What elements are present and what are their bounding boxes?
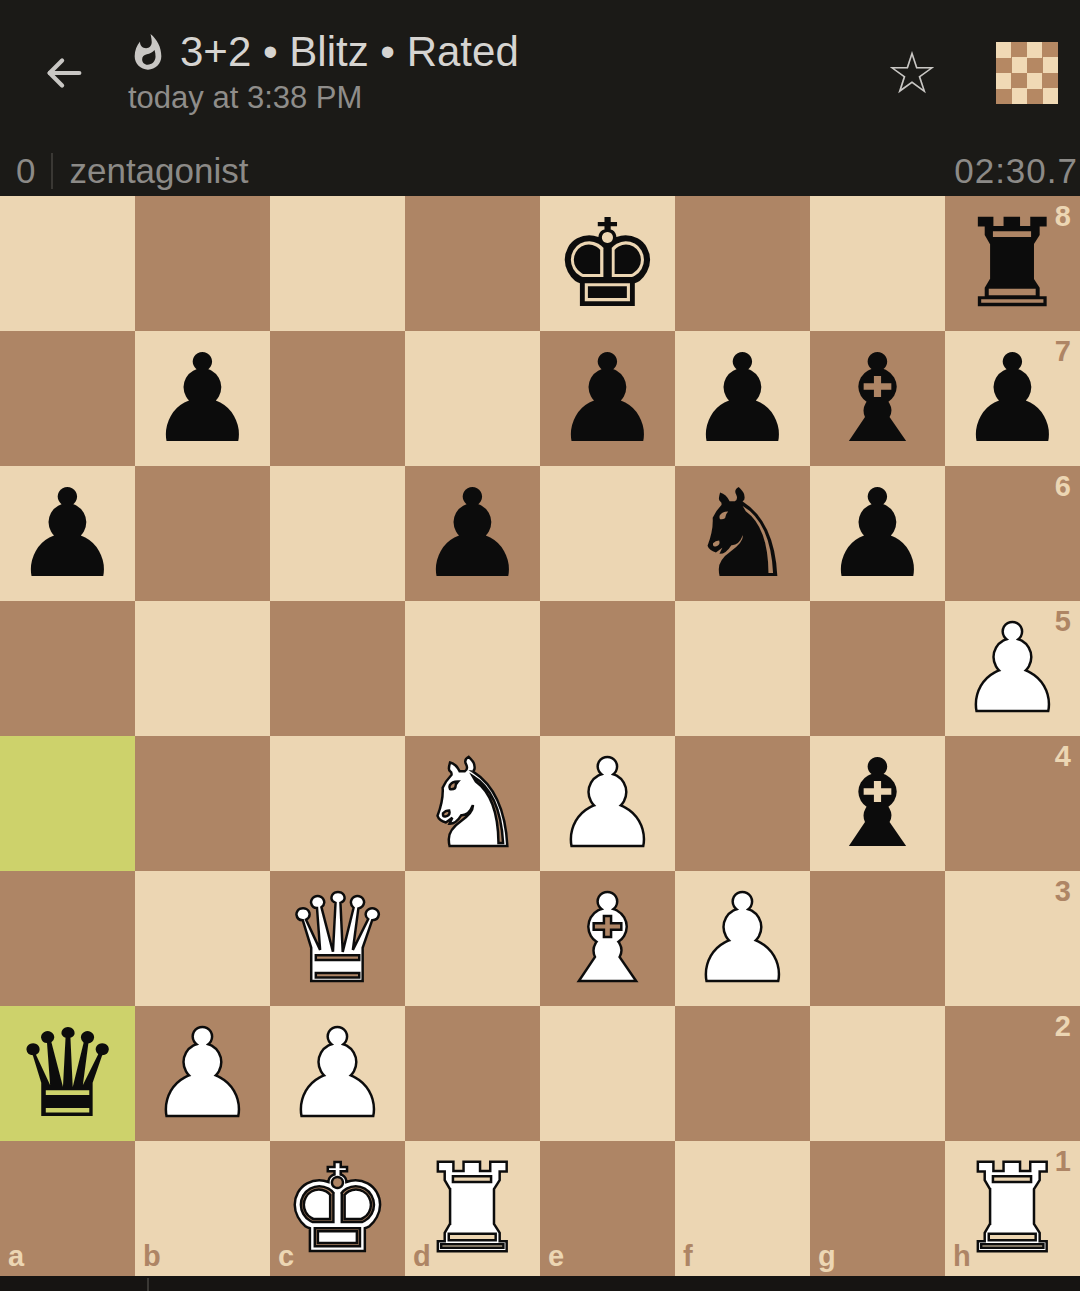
square-f8[interactable] [675,196,810,331]
file-label-e: e [548,1242,564,1271]
square-h4[interactable]: 4 [945,736,1080,871]
square-b3[interactable] [135,871,270,1006]
square-c2[interactable]: ♟ [270,1006,405,1141]
black-pawn[interactable]: ♟ [553,338,662,460]
file-label-g: g [818,1242,836,1271]
game-screen: 3+2 • Blitz • Rated today at 3:38 PM ☆ 0… [0,0,1080,1291]
square-d7[interactable] [405,331,540,466]
square-e3[interactable]: ♝ [540,871,675,1006]
white-rook[interactable]: ♜ [418,1148,527,1270]
black-pawn[interactable]: ♟ [418,473,527,595]
black-bishop[interactable]: ♝ [823,743,932,865]
square-g4[interactable]: ♝ [810,736,945,871]
white-rook[interactable]: ♜ [958,1148,1067,1270]
file-label-a: a [8,1242,24,1271]
square-b1[interactable]: b [135,1141,270,1276]
divider [147,1278,149,1291]
square-e2[interactable] [540,1006,675,1141]
square-f2[interactable] [675,1006,810,1141]
black-knight[interactable]: ♞ [688,473,797,595]
file-label-d: d [413,1242,431,1271]
game-type-title: 3+2 • Blitz • Rated [180,29,519,75]
chess-board[interactable]: ♚♜8♟♟♟♝♟7♟♟♞♟6♟5♞♟♝4♛♝♟3♛♟♟2ab♚c♜defg♜1h [0,196,1080,1276]
square-f7[interactable]: ♟ [675,331,810,466]
game-date: today at 3:38 PM [128,80,519,116]
square-c4[interactable] [270,736,405,871]
divider [51,153,53,189]
rank-label-1: 1 [1055,1147,1071,1176]
square-d2[interactable] [405,1006,540,1141]
opponent-name[interactable]: zentagonist [69,151,248,191]
white-knight[interactable]: ♞ [418,743,527,865]
black-queen[interactable]: ♛ [13,1013,122,1135]
opponent-clock: 02:30.7 [954,151,1080,191]
square-b4[interactable] [135,736,270,871]
square-b6[interactable] [135,466,270,601]
material-score: 0 [16,151,35,191]
bottom-player-bar-partial [0,1276,1080,1291]
square-d3[interactable] [405,871,540,1006]
square-h8[interactable]: ♜8 [945,196,1080,331]
square-h5[interactable]: ♟5 [945,601,1080,736]
square-g3[interactable] [810,871,945,1006]
square-a2[interactable]: ♛ [0,1006,135,1141]
app-header: 3+2 • Blitz • Rated today at 3:38 PM ☆ [0,0,1080,145]
square-f1[interactable]: f [675,1141,810,1276]
square-c8[interactable] [270,196,405,331]
square-h3[interactable]: 3 [945,871,1080,1006]
square-d1[interactable]: ♜d [405,1141,540,1276]
square-h1[interactable]: ♜1h [945,1141,1080,1276]
square-e8[interactable]: ♚ [540,196,675,331]
black-pawn[interactable]: ♟ [148,338,257,460]
white-queen[interactable]: ♛ [283,878,392,1000]
square-d6[interactable]: ♟ [405,466,540,601]
square-h6[interactable]: 6 [945,466,1080,601]
white-pawn[interactable]: ♟ [148,1013,257,1135]
square-e4[interactable]: ♟ [540,736,675,871]
rank-label-5: 5 [1055,607,1071,636]
file-label-h: h [953,1242,971,1271]
square-e1[interactable]: e [540,1141,675,1276]
square-e5[interactable] [540,601,675,736]
back-button[interactable] [0,49,128,97]
white-pawn[interactable]: ♟ [958,608,1067,730]
square-a4[interactable] [0,736,135,871]
square-g8[interactable] [810,196,945,331]
black-pawn[interactable]: ♟ [13,473,122,595]
square-e6[interactable] [540,466,675,601]
square-h2[interactable]: 2 [945,1006,1080,1141]
rank-label-6: 6 [1055,472,1071,501]
square-d4[interactable]: ♞ [405,736,540,871]
square-b5[interactable] [135,601,270,736]
square-c7[interactable] [270,331,405,466]
blitz-flame-icon [128,33,168,73]
square-a1[interactable]: a [0,1141,135,1276]
square-d8[interactable] [405,196,540,331]
black-king[interactable]: ♚ [553,203,662,325]
star-bookmark-icon[interactable]: ☆ [880,43,944,103]
white-bishop[interactable]: ♝ [553,878,662,1000]
black-pawn[interactable]: ♟ [688,338,797,460]
square-a7[interactable] [0,331,135,466]
white-pawn[interactable]: ♟ [553,743,662,865]
square-h7[interactable]: ♟7 [945,331,1080,466]
black-pawn[interactable]: ♟ [958,338,1067,460]
black-pawn[interactable]: ♟ [823,473,932,595]
square-g6[interactable]: ♟ [810,466,945,601]
rank-label-7: 7 [1055,337,1071,366]
white-pawn[interactable]: ♟ [283,1013,392,1135]
square-e7[interactable]: ♟ [540,331,675,466]
square-b8[interactable] [135,196,270,331]
file-label-c: c [278,1242,294,1271]
opponent-bar: 0 zentagonist 02:30.7 [0,145,1080,196]
square-c6[interactable] [270,466,405,601]
black-rook[interactable]: ♜ [958,203,1067,325]
square-g1[interactable]: g [810,1141,945,1276]
square-a5[interactable] [0,601,135,736]
square-c3[interactable]: ♛ [270,871,405,1006]
square-g7[interactable]: ♝ [810,331,945,466]
square-a3[interactable] [0,871,135,1006]
arrow-left-icon [41,50,87,96]
rank-label-3: 3 [1055,877,1071,906]
square-f4[interactable] [675,736,810,871]
square-a8[interactable] [0,196,135,331]
square-g2[interactable] [810,1006,945,1141]
file-label-b: b [143,1242,161,1271]
square-c1[interactable]: ♚c [270,1141,405,1276]
game-title-block: 3+2 • Blitz • Rated today at 3:38 PM [128,29,519,115]
square-f6[interactable]: ♞ [675,466,810,601]
header-actions: ☆ [880,42,1080,104]
rank-label-8: 8 [1055,202,1071,231]
square-a6[interactable]: ♟ [0,466,135,601]
square-f3[interactable]: ♟ [675,871,810,1006]
square-d5[interactable] [405,601,540,736]
rank-label-4: 4 [1055,742,1071,771]
white-pawn[interactable]: ♟ [688,878,797,1000]
square-f5[interactable] [675,601,810,736]
square-c5[interactable] [270,601,405,736]
mini-chessboard-icon[interactable] [996,42,1058,104]
black-bishop[interactable]: ♝ [823,338,932,460]
square-g5[interactable] [810,601,945,736]
file-label-f: f [683,1242,693,1271]
square-b7[interactable]: ♟ [135,331,270,466]
square-b2[interactable]: ♟ [135,1006,270,1141]
white-king[interactable]: ♚ [283,1148,392,1270]
rank-label-2: 2 [1055,1012,1071,1041]
